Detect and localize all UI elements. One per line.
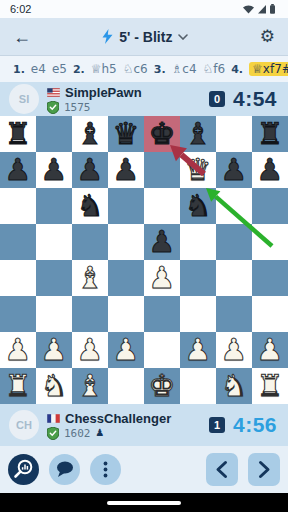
pawn-icon: ♟ — [96, 428, 105, 438]
verified-shield-icon — [47, 427, 59, 440]
square-c5[interactable] — [72, 224, 108, 260]
gear-icon[interactable]: ⚙ — [260, 28, 275, 45]
piece-white-rook-a1: ♜ — [5, 368, 32, 404]
square-h2[interactable]: ♟ — [252, 332, 288, 368]
app-root: 6:02 ← 5' - Blitz ⚙ 1.e4e52.♕h5♘c63.♗c4♘… — [0, 0, 288, 512]
piece-black-rook-h8: ♜ — [257, 116, 284, 152]
piece-black-king-e8: ♚ — [149, 116, 176, 152]
move-number: 4. — [231, 63, 243, 76]
piece-black-bishop-f8: ♝ — [185, 116, 212, 152]
action-bar — [0, 446, 288, 493]
opponent-score-badge: 0 — [209, 91, 225, 107]
square-e7[interactable] — [144, 152, 180, 188]
square-g2[interactable]: ♟ — [216, 332, 252, 368]
square-a8[interactable]: ♜ — [0, 116, 36, 152]
square-g8[interactable] — [216, 116, 252, 152]
magnifier-chart-icon — [8, 454, 39, 485]
piece-white-pawn-g2: ♟ — [221, 332, 248, 368]
piece-white-pawn-b2: ♟ — [41, 332, 68, 368]
piece-black-rook-a8: ♜ — [5, 116, 32, 152]
square-d6[interactable] — [108, 188, 144, 224]
square-a6[interactable] — [0, 188, 36, 224]
piece-white-pawn-h2: ♟ — [257, 332, 284, 368]
piece-white-pawn-e4: ♟ — [149, 260, 176, 296]
piece-white-bishop-c1: ♝ — [77, 368, 104, 404]
back-icon[interactable]: ← — [13, 28, 31, 46]
piece-white-rook-h1: ♜ — [257, 368, 284, 404]
piece-white-bishop-c4: ♝ — [77, 260, 104, 296]
square-g3[interactable] — [216, 296, 252, 332]
square-a5[interactable] — [0, 224, 36, 260]
square-f6[interactable]: ♞ — [180, 188, 216, 224]
piece-black-pawn-a7: ♟ — [5, 152, 32, 188]
signal-icon — [258, 5, 266, 14]
square-b1[interactable]: ♞ — [36, 368, 72, 404]
player-rating: 1602 — [64, 427, 91, 440]
opponent-name: SimplePawn — [65, 85, 142, 100]
square-h8[interactable]: ♜ — [252, 116, 288, 152]
square-e3[interactable] — [144, 296, 180, 332]
square-b4[interactable] — [36, 260, 72, 296]
piece-black-knight-f6: ♞ — [185, 188, 212, 224]
opponent-rating: 1575 — [64, 101, 91, 114]
square-a2[interactable]: ♟ — [0, 332, 36, 368]
us-flag-icon — [47, 88, 60, 97]
square-f7[interactable]: ♛ — [180, 152, 216, 188]
chess-board[interactable]: ♜♝♛♚♝♜♟♟♟♟♛♟♟♞♞♟♝♟♟♟♟♟♟♟♟♜♞♝♚♞♜ — [0, 116, 288, 404]
chevron-right-icon — [248, 453, 280, 486]
lightning-bolt-icon — [102, 29, 113, 44]
opponent-clock: 4:54 — [233, 87, 277, 111]
move-number: 1. — [13, 63, 25, 76]
status-icons — [242, 3, 278, 15]
gesture-bar — [0, 493, 288, 512]
square-b2[interactable]: ♟ — [36, 332, 72, 368]
prev-move-button[interactable] — [206, 453, 238, 486]
square-f5[interactable] — [180, 224, 216, 260]
move-token[interactable]: ♕h5 — [91, 62, 117, 76]
square-c2[interactable]: ♟ — [72, 332, 108, 368]
move-token[interactable]: e5 — [52, 62, 67, 76]
player-clock: 4:56 — [233, 413, 277, 437]
piece-white-pawn-f2: ♟ — [185, 332, 212, 368]
square-e6[interactable] — [144, 188, 180, 224]
square-d5[interactable] — [108, 224, 144, 260]
piece-white-pawn-c2: ♟ — [77, 332, 104, 368]
square-b8[interactable] — [36, 116, 72, 152]
piece-black-knight-c6: ♞ — [77, 188, 104, 224]
square-b6[interactable] — [36, 188, 72, 224]
verified-shield-icon — [47, 101, 59, 114]
square-f2[interactable]: ♟ — [180, 332, 216, 368]
move-list: 1.e4e52.♕h5♘c63.♗c4♘f64.♕xf7# — [0, 56, 288, 82]
chat-button[interactable] — [49, 454, 80, 485]
square-c8[interactable]: ♝ — [72, 116, 108, 152]
player-score-badge: 1 — [209, 417, 225, 433]
speech-bubble-icon — [49, 454, 80, 485]
chevron-left-icon — [206, 453, 238, 486]
chevron-down-icon — [178, 34, 188, 40]
player-row[interactable]: CH ChessChallenger 1602 ♟ 1 4: — [0, 404, 288, 446]
piece-black-pawn-c7: ♟ — [77, 152, 104, 188]
page-title: 5' - Blitz — [119, 29, 172, 45]
square-f3[interactable] — [180, 296, 216, 332]
square-c6[interactable]: ♞ — [72, 188, 108, 224]
square-e2[interactable] — [144, 332, 180, 368]
more-options-button[interactable] — [90, 454, 121, 485]
square-a7[interactable]: ♟ — [0, 152, 36, 188]
opponent-row[interactable]: SI SimplePawn 1575 0 — [0, 82, 288, 116]
opponent-info: SimplePawn 1575 — [47, 85, 201, 114]
move-number: 3. — [154, 63, 166, 76]
piece-black-pawn-h7: ♟ — [257, 152, 284, 188]
battery-icon — [270, 5, 275, 14]
piece-black-pawn-e5: ♟ — [149, 224, 176, 260]
piece-black-queen-d8: ♛ — [113, 116, 140, 152]
move-token[interactable]: ♘f6 — [203, 62, 226, 76]
home-pill[interactable] — [107, 501, 181, 505]
square-e4[interactable]: ♟ — [144, 260, 180, 296]
square-c7[interactable]: ♟ — [72, 152, 108, 188]
game-type-dropdown[interactable]: 5' - Blitz — [31, 29, 260, 45]
piece-black-pawn-b7: ♟ — [41, 152, 68, 188]
square-g7[interactable]: ♟ — [216, 152, 252, 188]
square-f1[interactable] — [180, 368, 216, 404]
square-g4[interactable] — [216, 260, 252, 296]
square-d1[interactable] — [108, 368, 144, 404]
square-g6[interactable] — [216, 188, 252, 224]
next-move-button[interactable] — [248, 453, 280, 486]
piece-white-knight-g1: ♞ — [221, 368, 248, 404]
square-e5[interactable]: ♟ — [144, 224, 180, 260]
piece-white-pawn-a2: ♟ — [5, 332, 32, 368]
square-g5[interactable] — [216, 224, 252, 260]
player-avatar[interactable]: CH — [9, 410, 39, 440]
square-e1[interactable]: ♚ — [144, 368, 180, 404]
status-time: 6:02 — [10, 3, 31, 15]
square-d8[interactable]: ♛ — [108, 116, 144, 152]
opponent-avatar[interactable]: SI — [9, 84, 39, 114]
square-d3[interactable] — [108, 296, 144, 332]
piece-black-pawn-g7: ♟ — [221, 152, 248, 188]
piece-white-king-e1: ♚ — [149, 368, 176, 404]
move-number: 2. — [73, 63, 85, 76]
square-c4[interactable]: ♝ — [72, 260, 108, 296]
square-f4[interactable] — [180, 260, 216, 296]
square-e8[interactable]: ♚ — [144, 116, 180, 152]
wifi-icon — [243, 6, 254, 14]
piece-black-bishop-c8: ♝ — [77, 116, 104, 152]
square-g1[interactable]: ♞ — [216, 368, 252, 404]
square-h6[interactable] — [252, 188, 288, 224]
piece-black-pawn-d7: ♟ — [113, 152, 140, 188]
square-h1[interactable]: ♜ — [252, 368, 288, 404]
player-name: ChessChallenger — [65, 411, 171, 426]
square-b3[interactable] — [36, 296, 72, 332]
piece-white-queen-f7: ♛ — [185, 152, 212, 188]
move-token[interactable]: ♘c6 — [123, 62, 148, 76]
square-a3[interactable] — [0, 296, 36, 332]
move-token[interactable]: ♗c4 — [172, 62, 197, 76]
fr-flag-icon — [47, 414, 60, 423]
square-a4[interactable] — [0, 260, 36, 296]
square-d4[interactable] — [108, 260, 144, 296]
square-f8[interactable]: ♝ — [180, 116, 216, 152]
square-h4[interactable] — [252, 260, 288, 296]
player-info: ChessChallenger 1602 ♟ — [47, 411, 201, 440]
analysis-button[interactable] — [8, 454, 39, 485]
square-h3[interactable] — [252, 296, 288, 332]
square-b7[interactable]: ♟ — [36, 152, 72, 188]
square-a1[interactable]: ♜ — [0, 368, 36, 404]
move-token-highlighted[interactable]: ♕xf7# — [249, 62, 288, 76]
square-b5[interactable] — [36, 224, 72, 260]
piece-white-knight-b1: ♞ — [41, 368, 68, 404]
app-bar: ← 5' - Blitz ⚙ — [0, 18, 288, 56]
square-h7[interactable]: ♟ — [252, 152, 288, 188]
kebab-dots-icon — [90, 454, 121, 485]
square-d2[interactable]: ♟ — [108, 332, 144, 368]
square-c3[interactable] — [72, 296, 108, 332]
square-c1[interactable]: ♝ — [72, 368, 108, 404]
piece-white-pawn-d2: ♟ — [113, 332, 140, 368]
square-d7[interactable]: ♟ — [108, 152, 144, 188]
move-token[interactable]: e4 — [31, 62, 46, 76]
status-bar: 6:02 — [0, 0, 288, 18]
square-h5[interactable] — [252, 224, 288, 260]
